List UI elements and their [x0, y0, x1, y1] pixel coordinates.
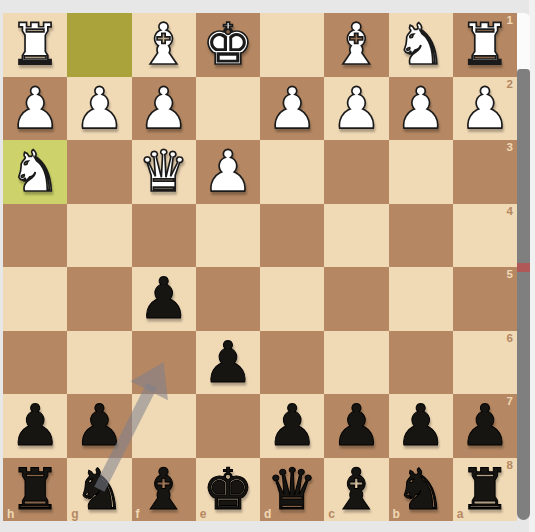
square-f8[interactable]: ♝f — [132, 458, 196, 522]
square-f5[interactable]: ♟ — [132, 267, 196, 331]
rank-label-4: 4 — [507, 206, 513, 218]
square-f6[interactable] — [132, 331, 196, 395]
square-b2[interactable]: ♟ — [389, 77, 453, 141]
square-f1[interactable]: ♝ — [132, 13, 196, 77]
piece-white-pawn[interactable]: ♟ — [3, 77, 67, 141]
piece-black-pawn[interactable]: ♟ — [132, 267, 196, 331]
piece-white-bishop[interactable]: ♝ — [132, 13, 196, 77]
rank-label-2: 2 — [507, 79, 513, 91]
square-e4[interactable] — [196, 204, 260, 268]
square-f3[interactable]: ♛ — [132, 140, 196, 204]
piece-black-pawn[interactable]: ♟ — [260, 394, 324, 458]
rank-label-1: 1 — [507, 15, 513, 27]
square-a8[interactable]: ♜a8 — [453, 458, 517, 522]
square-d7[interactable]: ♟ — [260, 394, 324, 458]
square-c2[interactable]: ♟ — [324, 77, 388, 141]
square-b4[interactable] — [389, 204, 453, 268]
square-f2[interactable]: ♟ — [132, 77, 196, 141]
file-label-d: d — [264, 508, 271, 520]
square-e6[interactable]: ♟ — [196, 331, 260, 395]
file-label-c: c — [328, 508, 335, 520]
square-a3[interactable]: 3 — [453, 140, 517, 204]
square-h1[interactable]: ♜ — [3, 13, 67, 77]
square-c5[interactable] — [324, 267, 388, 331]
square-a1[interactable]: ♜1 — [453, 13, 517, 77]
square-b8[interactable]: ♞b — [389, 458, 453, 522]
square-h2[interactable]: ♟ — [3, 77, 67, 141]
square-h3[interactable]: ♞ — [3, 140, 67, 204]
piece-white-knight[interactable]: ♞ — [389, 13, 453, 77]
piece-white-king[interactable]: ♚ — [196, 13, 260, 77]
file-label-b: b — [393, 508, 400, 520]
piece-white-pawn[interactable]: ♟ — [196, 140, 260, 204]
square-e3[interactable]: ♟ — [196, 140, 260, 204]
page-background: ♜♝♚♝♞♜1♟♟♟♟♟♟♟2♞♛♟34♟5♟6♟♟♟♟♟♟7♜h♞g♝f♚e♛… — [0, 0, 535, 532]
square-b3[interactable] — [389, 140, 453, 204]
square-e2[interactable] — [196, 77, 260, 141]
file-label-a: a — [457, 508, 464, 520]
square-c6[interactable] — [324, 331, 388, 395]
square-g6[interactable] — [67, 331, 131, 395]
square-c4[interactable] — [324, 204, 388, 268]
square-c8[interactable]: ♝c — [324, 458, 388, 522]
square-h7[interactable]: ♟ — [3, 394, 67, 458]
piece-black-pawn[interactable]: ♟ — [196, 331, 260, 395]
piece-black-pawn[interactable]: ♟ — [324, 394, 388, 458]
square-a5[interactable]: 5 — [453, 267, 517, 331]
square-e1[interactable]: ♚ — [196, 13, 260, 77]
square-d8[interactable]: ♛d — [260, 458, 324, 522]
piece-white-bishop[interactable]: ♝ — [324, 13, 388, 77]
square-f7[interactable] — [132, 394, 196, 458]
piece-white-pawn[interactable]: ♟ — [324, 77, 388, 141]
square-b6[interactable] — [389, 331, 453, 395]
piece-white-rook[interactable]: ♜ — [3, 13, 67, 77]
square-h4[interactable] — [3, 204, 67, 268]
file-label-f: f — [136, 508, 140, 520]
piece-white-knight[interactable]: ♞ — [3, 140, 67, 204]
piece-black-pawn[interactable]: ♟ — [67, 394, 131, 458]
file-label-g: g — [71, 508, 78, 520]
square-a2[interactable]: ♟2 — [453, 77, 517, 141]
piece-white-pawn[interactable]: ♟ — [260, 77, 324, 141]
square-e7[interactable] — [196, 394, 260, 458]
square-a4[interactable]: 4 — [453, 204, 517, 268]
square-f4[interactable] — [132, 204, 196, 268]
piece-black-pawn[interactable]: ♟ — [389, 394, 453, 458]
rank-label-7: 7 — [507, 396, 513, 408]
square-b1[interactable]: ♞ — [389, 13, 453, 77]
scrollbar-thumb[interactable] — [517, 69, 530, 520]
piece-black-bishop[interactable]: ♝ — [132, 458, 196, 522]
piece-white-pawn[interactable]: ♟ — [132, 77, 196, 141]
square-b7[interactable]: ♟ — [389, 394, 453, 458]
square-g4[interactable] — [67, 204, 131, 268]
square-g8[interactable]: ♞g — [67, 458, 131, 522]
piece-white-pawn[interactable]: ♟ — [67, 77, 131, 141]
piece-white-pawn[interactable]: ♟ — [389, 77, 453, 141]
scrollbar-track[interactable] — [517, 13, 530, 69]
rank-label-3: 3 — [507, 142, 513, 154]
square-a6[interactable]: 6 — [453, 331, 517, 395]
square-d3[interactable] — [260, 140, 324, 204]
square-h5[interactable] — [3, 267, 67, 331]
scroll-position-marker — [517, 263, 530, 272]
rank-label-6: 6 — [507, 333, 513, 345]
square-h8[interactable]: ♜h — [3, 458, 67, 522]
square-d5[interactable] — [260, 267, 324, 331]
square-c1[interactable]: ♝ — [324, 13, 388, 77]
square-g1[interactable] — [67, 13, 131, 77]
piece-white-queen[interactable]: ♛ — [132, 140, 196, 204]
rank-label-5: 5 — [507, 269, 513, 281]
square-d6[interactable] — [260, 331, 324, 395]
square-g2[interactable]: ♟ — [67, 77, 131, 141]
square-e5[interactable] — [196, 267, 260, 331]
square-g5[interactable] — [67, 267, 131, 331]
square-d4[interactable] — [260, 204, 324, 268]
square-e8[interactable]: ♚e — [196, 458, 260, 522]
square-b5[interactable] — [389, 267, 453, 331]
chess-board[interactable]: ♜♝♚♝♞♜1♟♟♟♟♟♟♟2♞♛♟34♟5♟6♟♟♟♟♟♟7♜h♞g♝f♚e♛… — [3, 13, 517, 521]
square-g3[interactable] — [67, 140, 131, 204]
square-d1[interactable] — [260, 13, 324, 77]
file-label-e: e — [200, 508, 207, 520]
square-a7[interactable]: ♟7 — [453, 394, 517, 458]
rank-label-8: 8 — [507, 460, 513, 472]
square-h6[interactable] — [3, 331, 67, 395]
square-c7[interactable]: ♟ — [324, 394, 388, 458]
square-d2[interactable]: ♟ — [260, 77, 324, 141]
square-c3[interactable] — [324, 140, 388, 204]
piece-black-pawn[interactable]: ♟ — [3, 394, 67, 458]
square-g7[interactable]: ♟ — [67, 394, 131, 458]
file-label-h: h — [7, 508, 14, 520]
